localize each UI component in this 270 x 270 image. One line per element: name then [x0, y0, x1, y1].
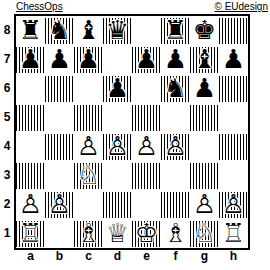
rank-labels: 87654321 — [0, 14, 14, 250]
square-f4[interactable]: ♙ — [161, 132, 190, 161]
piece-black-pawn: ♟ — [222, 45, 245, 74]
square-g7[interactable]: ♝ — [190, 45, 219, 74]
square-h2[interactable]: ♙ — [219, 190, 248, 219]
rank-label-8: 8 — [0, 16, 14, 45]
rank-label-3: 3 — [0, 161, 14, 190]
square-a2[interactable]: ♙ — [16, 190, 45, 219]
piece-black-pawn: ♟ — [19, 45, 42, 74]
square-a7[interactable]: ♟ — [16, 45, 45, 74]
square-h6[interactable] — [219, 74, 248, 103]
square-b2[interactable]: ♙ — [45, 190, 74, 219]
square-e8[interactable] — [132, 16, 161, 45]
piece-white-rook: ♖ — [19, 219, 42, 248]
piece-black-pawn: ♟ — [77, 45, 100, 74]
square-g4[interactable] — [190, 132, 219, 161]
square-b1[interactable] — [45, 219, 74, 248]
square-c8[interactable]: ♝ — [74, 16, 103, 45]
piece-white-pawn: ♙ — [222, 190, 245, 219]
piece-white-pawn: ♙ — [193, 190, 216, 219]
square-c7[interactable]: ♟ — [74, 45, 103, 74]
piece-white-bishop: ♗ — [77, 219, 100, 248]
square-g5[interactable] — [190, 103, 219, 132]
rank-label-7: 7 — [0, 45, 14, 74]
square-b8[interactable]: ♞ — [45, 16, 74, 45]
square-e6[interactable] — [132, 74, 161, 103]
file-label-a: a — [16, 250, 45, 264]
square-b7[interactable]: ♟ — [45, 45, 74, 74]
square-c1[interactable]: ♗ — [74, 219, 103, 248]
piece-white-pawn: ♙ — [48, 190, 71, 219]
piece-white-king: ♔ — [135, 219, 158, 248]
square-d1[interactable]: ♕ — [103, 219, 132, 248]
app-title: ChessOps — [16, 1, 63, 12]
rank-label-4: 4 — [0, 132, 14, 161]
piece-white-knight: ♘ — [193, 219, 216, 248]
square-e3[interactable] — [132, 161, 161, 190]
board-area: 87654321 ♜♞♝♛♜♚♟♟♟♟♟♝♟♟♞♟♙♙♙♙♘♙♙♙♙♖♗♕♔♗♘… — [0, 14, 270, 250]
piece-white-pawn: ♙ — [77, 132, 100, 161]
file-label-d: d — [103, 250, 132, 264]
piece-black-pawn: ♟ — [48, 45, 71, 74]
piece-black-pawn: ♟ — [135, 45, 158, 74]
square-d5[interactable] — [103, 103, 132, 132]
piece-black-rook: ♜ — [164, 16, 187, 45]
rank-label-6: 6 — [0, 74, 14, 103]
square-e7[interactable]: ♟ — [132, 45, 161, 74]
square-c4[interactable]: ♙ — [74, 132, 103, 161]
piece-black-pawn: ♟ — [106, 74, 129, 103]
square-f2[interactable] — [161, 190, 190, 219]
square-f1[interactable]: ♗ — [161, 219, 190, 248]
piece-white-knight: ♘ — [77, 161, 100, 190]
square-d3[interactable] — [103, 161, 132, 190]
file-label-c: c — [74, 250, 103, 264]
square-h4[interactable] — [219, 132, 248, 161]
square-b4[interactable] — [45, 132, 74, 161]
square-d4[interactable]: ♙ — [103, 132, 132, 161]
piece-white-pawn: ♙ — [135, 132, 158, 161]
square-h8[interactable] — [219, 16, 248, 45]
square-c2[interactable] — [74, 190, 103, 219]
piece-white-queen: ♕ — [106, 219, 129, 248]
square-a3[interactable] — [16, 161, 45, 190]
square-d7[interactable] — [103, 45, 132, 74]
piece-white-pawn: ♙ — [164, 132, 187, 161]
square-a5[interactable] — [16, 103, 45, 132]
square-e5[interactable] — [132, 103, 161, 132]
square-g1[interactable]: ♘ — [190, 219, 219, 248]
piece-black-rook: ♜ — [19, 16, 42, 45]
square-a4[interactable] — [16, 132, 45, 161]
square-h7[interactable]: ♟ — [219, 45, 248, 74]
file-label-e: e — [132, 250, 161, 264]
rank-label-5: 5 — [0, 103, 14, 132]
square-g8[interactable]: ♚ — [190, 16, 219, 45]
square-e1[interactable]: ♔ — [132, 219, 161, 248]
square-d2[interactable] — [103, 190, 132, 219]
square-b5[interactable] — [45, 103, 74, 132]
piece-black-bishop: ♝ — [77, 16, 100, 45]
square-c5[interactable] — [74, 103, 103, 132]
square-a1[interactable]: ♖ — [16, 219, 45, 248]
square-d8[interactable]: ♛ — [103, 16, 132, 45]
piece-black-bishop: ♝ — [193, 45, 216, 74]
square-b3[interactable] — [45, 161, 74, 190]
header: ChessOps © EUdesign — [0, 0, 270, 14]
piece-white-pawn: ♙ — [106, 132, 129, 161]
piece-black-pawn: ♟ — [164, 45, 187, 74]
square-h3[interactable] — [219, 161, 248, 190]
rank-label-1: 1 — [0, 219, 14, 248]
piece-white-pawn: ♙ — [19, 190, 42, 219]
piece-black-king: ♚ — [193, 16, 216, 45]
piece-black-knight: ♞ — [48, 16, 71, 45]
square-f7[interactable]: ♟ — [161, 45, 190, 74]
copyright-label: © EUdesign — [214, 1, 268, 12]
square-b6[interactable] — [45, 74, 74, 103]
square-f6[interactable]: ♞ — [161, 74, 190, 103]
square-e4[interactable]: ♙ — [132, 132, 161, 161]
file-label-f: f — [161, 250, 190, 264]
file-label-h: h — [219, 250, 248, 264]
square-c6[interactable] — [74, 74, 103, 103]
file-labels: abcdefgh — [16, 250, 270, 264]
chess-board: ♜♞♝♛♜♚♟♟♟♟♟♝♟♟♞♟♙♙♙♙♘♙♙♙♙♖♗♕♔♗♘♖ — [14, 14, 250, 250]
square-d6[interactable]: ♟ — [103, 74, 132, 103]
square-f8[interactable]: ♜ — [161, 16, 190, 45]
square-e2[interactable] — [132, 190, 161, 219]
file-label-b: b — [45, 250, 74, 264]
file-label-g: g — [190, 250, 219, 264]
square-g2[interactable]: ♙ — [190, 190, 219, 219]
piece-black-pawn: ♟ — [193, 74, 216, 103]
square-h1[interactable]: ♖ — [219, 219, 248, 248]
rank-label-2: 2 — [0, 190, 14, 219]
square-g3[interactable] — [190, 161, 219, 190]
square-a8[interactable]: ♜ — [16, 16, 45, 45]
piece-white-bishop: ♗ — [164, 219, 187, 248]
piece-black-queen: ♛ — [106, 16, 129, 45]
square-g6[interactable]: ♟ — [190, 74, 219, 103]
square-h5[interactable] — [219, 103, 248, 132]
square-a6[interactable] — [16, 74, 45, 103]
chessops-diagram-page: ChessOps © EUdesign 87654321 ♜♞♝♛♜♚♟♟♟♟♟… — [0, 0, 270, 270]
piece-white-rook: ♖ — [222, 219, 245, 248]
square-c3[interactable]: ♘ — [74, 161, 103, 190]
square-f3[interactable] — [161, 161, 190, 190]
square-f5[interactable] — [161, 103, 190, 132]
piece-black-knight: ♞ — [164, 74, 187, 103]
